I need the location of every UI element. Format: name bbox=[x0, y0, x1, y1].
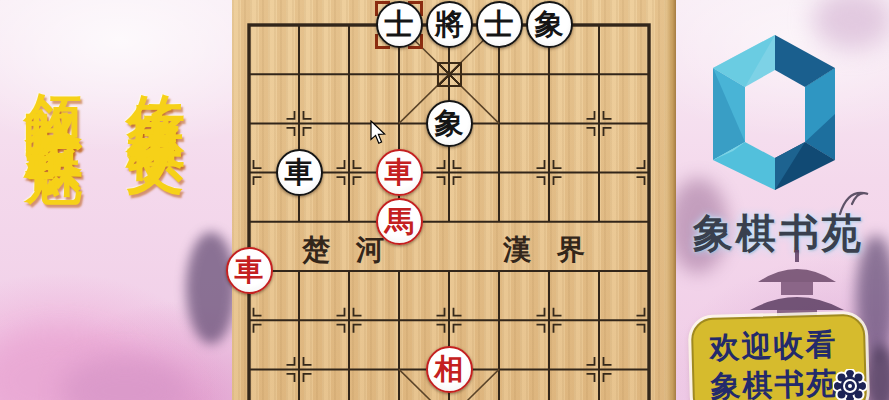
piece-black-士[interactable]: 士 bbox=[476, 1, 523, 48]
last-move-origin-marker bbox=[437, 62, 462, 87]
watercolor-blob bbox=[60, 356, 190, 400]
piece-red-馬[interactable]: 馬 bbox=[376, 198, 423, 245]
video-frame: 领略象棋魅 传承象棋文 bbox=[0, 0, 889, 400]
hexagon-ring-logo bbox=[705, 30, 845, 199]
banner-column-right: 传承象棋文 bbox=[124, 48, 188, 98]
piece-black-將[interactable]: 將 bbox=[426, 1, 473, 48]
piece-black-象[interactable]: 象 bbox=[526, 1, 573, 48]
branch-silhouette bbox=[864, 345, 889, 400]
piece-red-車[interactable]: 車 bbox=[226, 247, 273, 294]
banner-column-left: 领略象棋魅 bbox=[22, 46, 86, 116]
watercolor-blob bbox=[0, 330, 140, 400]
xiangqi-board[interactable]: 楚 河 漢 界 士將士象象車車馬車相 bbox=[232, 0, 676, 400]
piece-black-車[interactable]: 車 bbox=[276, 149, 323, 196]
piece-red-相[interactable]: 相 bbox=[426, 346, 473, 393]
branch-squiggle bbox=[838, 182, 884, 222]
piece-red-車[interactable]: 車 bbox=[376, 149, 423, 196]
pieces-layer: 士將士象象車車馬車相 bbox=[224, 0, 674, 400]
flower-gear-icon bbox=[833, 369, 867, 400]
piece-black-士[interactable]: 士 bbox=[376, 1, 423, 48]
piece-black-象[interactable]: 象 bbox=[426, 100, 473, 147]
arrow-cursor-icon bbox=[370, 120, 387, 149]
welcome-line-1: 欢迎收看 bbox=[709, 324, 864, 367]
